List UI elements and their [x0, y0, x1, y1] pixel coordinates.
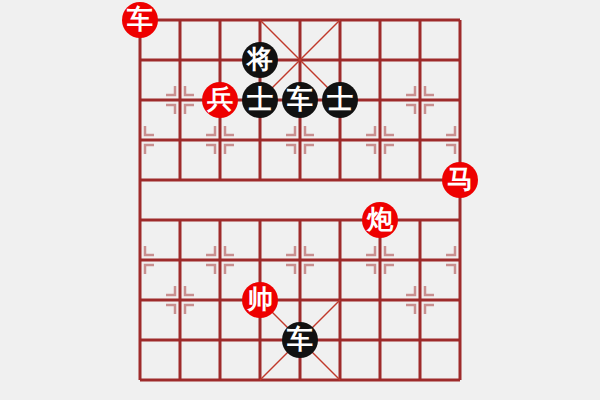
intersection-0-4[interactable]: [120, 160, 160, 200]
intersection-1-2[interactable]: [160, 80, 200, 120]
intersection-4-4[interactable]: [280, 160, 320, 200]
intersection-0-8[interactable]: [120, 320, 160, 360]
intersection-1-3[interactable]: [160, 120, 200, 160]
intersection-5-8[interactable]: [320, 320, 360, 360]
intersection-0-1[interactable]: [120, 40, 160, 80]
intersection-7-7[interactable]: [400, 280, 440, 320]
intersection-6-7[interactable]: [360, 280, 400, 320]
piece-black-chariot[interactable]: 车: [282, 322, 318, 358]
intersection-7-1[interactable]: [400, 40, 440, 80]
intersection-4-0[interactable]: [280, 0, 320, 40]
intersection-6-2[interactable]: [360, 80, 400, 120]
intersection-1-4[interactable]: [160, 160, 200, 200]
intersection-0-9[interactable]: [120, 360, 160, 400]
piece-black-advisor[interactable]: 士: [242, 82, 278, 118]
intersection-6-0[interactable]: [360, 0, 400, 40]
intersection-1-7[interactable]: [160, 280, 200, 320]
intersection-3-0[interactable]: [240, 0, 280, 40]
intersection-2-0[interactable]: [200, 0, 240, 40]
intersection-7-4[interactable]: [400, 160, 440, 200]
intersection-3-3[interactable]: [240, 120, 280, 160]
intersection-0-2[interactable]: [120, 80, 160, 120]
intersection-4-3[interactable]: [280, 120, 320, 160]
intersection-1-8[interactable]: [160, 320, 200, 360]
intersection-5-4[interactable]: [320, 160, 360, 200]
intersection-6-4[interactable]: [360, 160, 400, 200]
piece-black-general[interactable]: 将: [242, 42, 278, 78]
intersection-3-5[interactable]: [240, 200, 280, 240]
intersection-6-9[interactable]: [360, 360, 400, 400]
intersection-6-6[interactable]: [360, 240, 400, 280]
intersection-8-7[interactable]: [440, 280, 480, 320]
intersection-7-5[interactable]: [400, 200, 440, 240]
intersection-5-7[interactable]: [320, 280, 360, 320]
intersection-3-8[interactable]: [240, 320, 280, 360]
intersection-7-6[interactable]: [400, 240, 440, 280]
piece-red-chariot[interactable]: 车: [122, 2, 158, 38]
intersection-0-6[interactable]: [120, 240, 160, 280]
xiangqi-board: 车将兵士车士马炮帅车: [0, 0, 600, 400]
intersection-8-0[interactable]: [440, 0, 480, 40]
intersection-4-7[interactable]: [280, 280, 320, 320]
intersection-6-3[interactable]: [360, 120, 400, 160]
intersection-5-6[interactable]: [320, 240, 360, 280]
intersection-4-6[interactable]: [280, 240, 320, 280]
intersection-0-3[interactable]: [120, 120, 160, 160]
intersection-2-5[interactable]: [200, 200, 240, 240]
intersection-8-1[interactable]: [440, 40, 480, 80]
intersection-7-0[interactable]: [400, 0, 440, 40]
intersection-3-4[interactable]: [240, 160, 280, 200]
intersection-4-1[interactable]: [280, 40, 320, 80]
piece-red-cannon[interactable]: 炮: [362, 202, 398, 238]
intersection-3-6[interactable]: [240, 240, 280, 280]
intersection-7-9[interactable]: [400, 360, 440, 400]
intersection-8-8[interactable]: [440, 320, 480, 360]
intersection-6-8[interactable]: [360, 320, 400, 360]
intersection-8-9[interactable]: [440, 360, 480, 400]
intersection-0-5[interactable]: [120, 200, 160, 240]
piece-black-advisor[interactable]: 士: [322, 82, 358, 118]
intersection-5-0[interactable]: [320, 0, 360, 40]
intersection-1-0[interactable]: [160, 0, 200, 40]
intersection-5-1[interactable]: [320, 40, 360, 80]
intersection-8-2[interactable]: [440, 80, 480, 120]
intersection-7-2[interactable]: [400, 80, 440, 120]
intersection-8-5[interactable]: [440, 200, 480, 240]
intersection-7-3[interactable]: [400, 120, 440, 160]
intersection-1-5[interactable]: [160, 200, 200, 240]
intersection-5-3[interactable]: [320, 120, 360, 160]
intersection-7-8[interactable]: [400, 320, 440, 360]
intersection-2-1[interactable]: [200, 40, 240, 80]
intersection-1-6[interactable]: [160, 240, 200, 280]
intersection-6-1[interactable]: [360, 40, 400, 80]
piece-black-chariot[interactable]: 车: [282, 82, 318, 118]
intersection-0-7[interactable]: [120, 280, 160, 320]
intersection-5-9[interactable]: [320, 360, 360, 400]
piece-red-soldier[interactable]: 兵: [202, 82, 238, 118]
board-intersections: 车将兵士车士马炮帅车: [120, 0, 480, 400]
intersection-5-5[interactable]: [320, 200, 360, 240]
intersection-2-8[interactable]: [200, 320, 240, 360]
piece-red-horse[interactable]: 马: [442, 162, 478, 198]
intersection-2-3[interactable]: [200, 120, 240, 160]
intersection-1-1[interactable]: [160, 40, 200, 80]
intersection-2-9[interactable]: [200, 360, 240, 400]
intersection-3-9[interactable]: [240, 360, 280, 400]
intersection-4-9[interactable]: [280, 360, 320, 400]
intersection-2-7[interactable]: [200, 280, 240, 320]
piece-red-general[interactable]: 帅: [242, 282, 278, 318]
intersection-4-5[interactable]: [280, 200, 320, 240]
intersection-2-6[interactable]: [200, 240, 240, 280]
intersection-8-3[interactable]: [440, 120, 480, 160]
intersection-8-6[interactable]: [440, 240, 480, 280]
intersection-1-9[interactable]: [160, 360, 200, 400]
intersection-2-4[interactable]: [200, 160, 240, 200]
